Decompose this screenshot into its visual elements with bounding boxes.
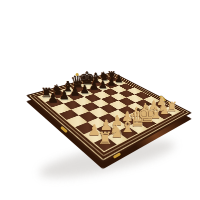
product-photo-chess-set: ♜♞♝♛♚♝♞♜♟♟♟♟♟♟♟♟♟♟♟♟♟♟♟♟♜♞♝♛♚♝♞♜ xyxy=(0,0,200,200)
finial-accent xyxy=(76,73,79,76)
